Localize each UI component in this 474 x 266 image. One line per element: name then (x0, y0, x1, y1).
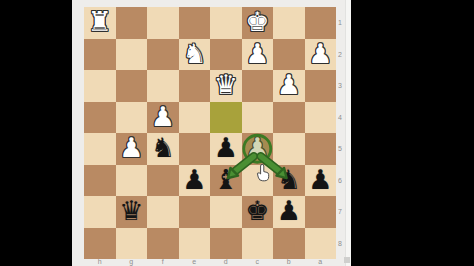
square-a3[interactable] (305, 70, 337, 102)
white-pawn[interactable]: ♟ (119, 134, 143, 161)
square-h5[interactable] (84, 133, 116, 165)
square-g1[interactable] (116, 7, 148, 39)
file-label-b: b (273, 258, 305, 266)
square-a5[interactable] (305, 133, 337, 165)
square-e5[interactable] (179, 133, 211, 165)
square-a6[interactable]: ♟ (305, 165, 337, 197)
square-b6[interactable]: ♞ (273, 165, 305, 197)
square-b7[interactable]: ♟ (273, 196, 305, 228)
white-knight[interactable]: ♞ (182, 40, 206, 67)
square-b1[interactable] (273, 7, 305, 39)
square-h8[interactable] (84, 228, 116, 260)
square-d3[interactable]: ♛ (210, 70, 242, 102)
square-b3[interactable]: ♟ (273, 70, 305, 102)
square-h3[interactable] (84, 70, 116, 102)
square-f5[interactable]: ♞ (147, 133, 179, 165)
file-label-f: f (147, 258, 179, 266)
square-h6[interactable] (84, 165, 116, 197)
square-d2[interactable] (210, 39, 242, 71)
square-f3[interactable] (147, 70, 179, 102)
square-a2[interactable]: ♟ (305, 39, 337, 71)
square-f4[interactable]: ♟ (147, 102, 179, 134)
square-a7[interactable] (305, 196, 337, 228)
white-pawn[interactable]: ♟ (308, 40, 332, 67)
square-c5[interactable]: ♟ (242, 133, 274, 165)
square-g6[interactable] (116, 165, 148, 197)
square-e6[interactable]: ♟ (179, 165, 211, 197)
square-g7[interactable]: ♛ (116, 196, 148, 228)
black-queen[interactable]: ♛ (119, 197, 143, 224)
chess-board[interactable]: ♜♚♞♟♟♛♟♟♟♞♟♟♟♝♞♟♛♚♟ (84, 7, 336, 259)
square-c6[interactable] (242, 165, 274, 197)
square-d4[interactable] (210, 102, 242, 134)
square-c1[interactable]: ♚ (242, 7, 274, 39)
black-pawn[interactable]: ♟ (214, 134, 238, 161)
white-queen[interactable]: ♛ (214, 71, 238, 98)
white-king[interactable]: ♚ (245, 8, 269, 35)
letterbox-left (0, 0, 72, 266)
file-label-e: e (179, 258, 211, 266)
square-b4[interactable] (273, 102, 305, 134)
square-g4[interactable] (116, 102, 148, 134)
square-a8[interactable] (305, 228, 337, 260)
file-label-c: c (242, 258, 274, 266)
black-knight[interactable]: ♞ (277, 166, 301, 193)
square-e8[interactable] (179, 228, 211, 260)
square-c7[interactable]: ♚ (242, 196, 274, 228)
square-e4[interactable] (179, 102, 211, 134)
square-d7[interactable] (210, 196, 242, 228)
square-b8[interactable] (273, 228, 305, 260)
square-h4[interactable] (84, 102, 116, 134)
square-a1[interactable] (305, 7, 337, 39)
square-b2[interactable] (273, 39, 305, 71)
square-b5[interactable] (273, 133, 305, 165)
square-c8[interactable] (242, 228, 274, 260)
letterbox-right (351, 0, 474, 266)
square-d6[interactable]: ♝ (210, 165, 242, 197)
square-f6[interactable] (147, 165, 179, 197)
scrollbar[interactable] (345, 0, 351, 266)
square-g2[interactable] (116, 39, 148, 71)
black-pawn[interactable]: ♟ (277, 197, 301, 224)
square-e3[interactable] (179, 70, 211, 102)
file-label-h: h (84, 258, 116, 266)
square-e2[interactable]: ♞ (179, 39, 211, 71)
black-pawn[interactable]: ♟ (182, 166, 206, 193)
square-a4[interactable] (305, 102, 337, 134)
white-pawn[interactable]: ♟ (245, 134, 269, 161)
square-h2[interactable] (84, 39, 116, 71)
black-knight[interactable]: ♞ (151, 134, 175, 161)
square-f2[interactable] (147, 39, 179, 71)
white-rook[interactable]: ♜ (88, 8, 112, 35)
square-c3[interactable] (242, 70, 274, 102)
black-bishop[interactable]: ♝ (214, 166, 238, 193)
white-pawn[interactable]: ♟ (277, 71, 301, 98)
scrollbar-corner (344, 257, 350, 263)
square-g8[interactable] (116, 228, 148, 260)
square-c2[interactable]: ♟ (242, 39, 274, 71)
square-f7[interactable] (147, 196, 179, 228)
square-d1[interactable] (210, 7, 242, 39)
file-label-d: d (210, 258, 242, 266)
file-labels: hgfedcba (84, 258, 336, 266)
white-pawn[interactable]: ♟ (245, 40, 269, 67)
white-pawn[interactable]: ♟ (151, 103, 175, 130)
square-h1[interactable]: ♜ (84, 7, 116, 39)
page-background: ♜♚♞♟♟♛♟♟♟♞♟♟♟♝♞♟♛♚♟ hgfedcba 12345678 (72, 0, 351, 266)
black-pawn[interactable]: ♟ (308, 166, 332, 193)
square-e1[interactable] (179, 7, 211, 39)
square-g3[interactable] (116, 70, 148, 102)
square-c4[interactable] (242, 102, 274, 134)
square-f8[interactable] (147, 228, 179, 260)
square-h7[interactable] (84, 196, 116, 228)
file-label-a: a (305, 258, 337, 266)
square-e7[interactable] (179, 196, 211, 228)
black-king[interactable]: ♚ (245, 197, 269, 224)
square-g5[interactable]: ♟ (116, 133, 148, 165)
square-f1[interactable] (147, 7, 179, 39)
square-d8[interactable] (210, 228, 242, 260)
file-label-g: g (116, 258, 148, 266)
square-d5[interactable]: ♟ (210, 133, 242, 165)
